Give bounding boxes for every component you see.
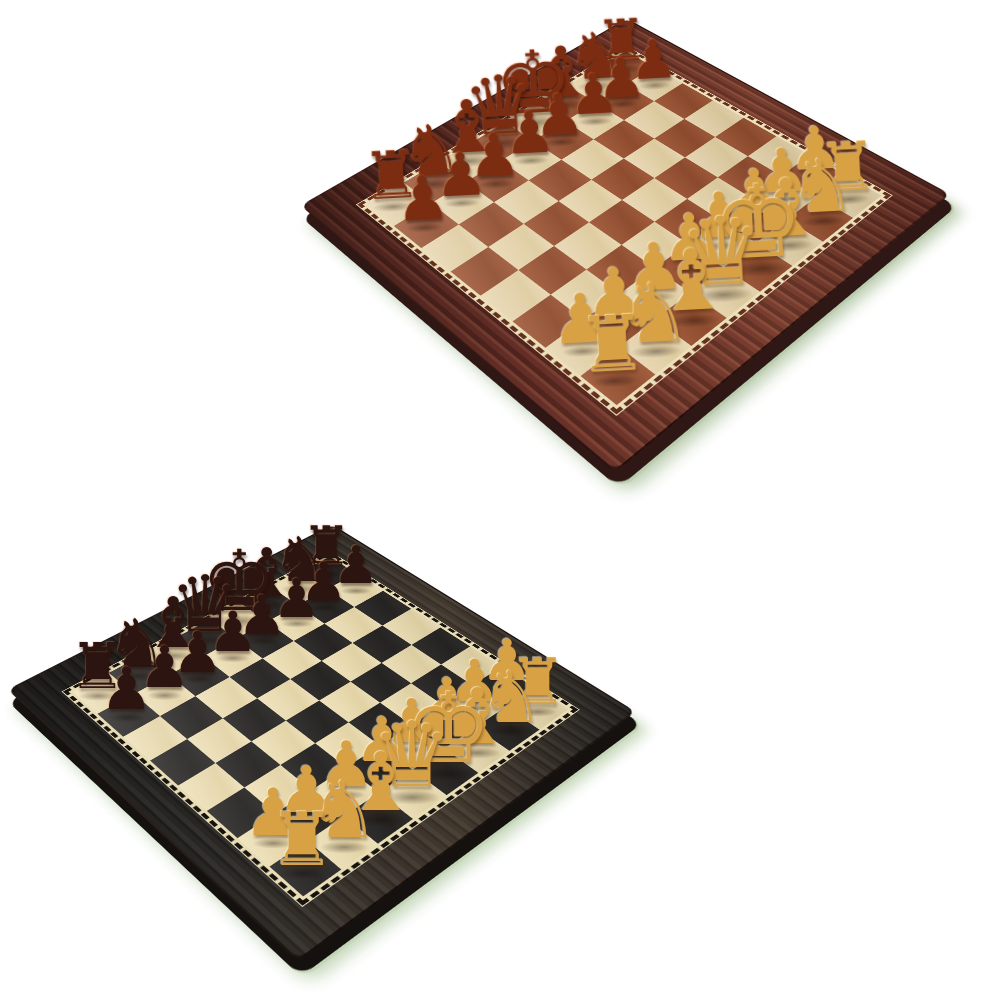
- ebony-chess-set: ♜♞♝♛♚♝♞♜♟♟♟♟♟♟♟♟♟♟♟♟♟♟♟♟♜♞♝♛♚♝♞♜: [96, 478, 541, 923]
- rosewood-set-area: ♜♞♝♛♚♝♞♜♟♟♟♟♟♟♟♟♟♟♟♟♟♟♟♟♜♞♝♛♚♝♞♜: [392, 0, 852, 430]
- ebony-set-rotator: ♜♞♝♛♚♝♞♜♟♟♟♟♟♟♟♟♟♟♟♟♟♟♟♟♜♞♝♛♚♝♞♜: [96, 478, 541, 923]
- rosewood-chess-set: ♜♞♝♛♚♝♞♜♟♟♟♟♟♟♟♟♟♟♟♟♟♟♟♟♜♞♝♛♚♝♞♜: [380, 0, 863, 442]
- rosewood-set-rotator: ♜♞♝♛♚♝♞♜♟♟♟♟♟♟♟♟♟♟♟♟♟♟♟♟♜♞♝♛♚♝♞♜: [380, 0, 863, 442]
- ebony-set-area: ♜♞♝♛♚♝♞♜♟♟♟♟♟♟♟♟♟♟♟♟♟♟♟♟♜♞♝♛♚♝♞♜: [96, 478, 541, 923]
